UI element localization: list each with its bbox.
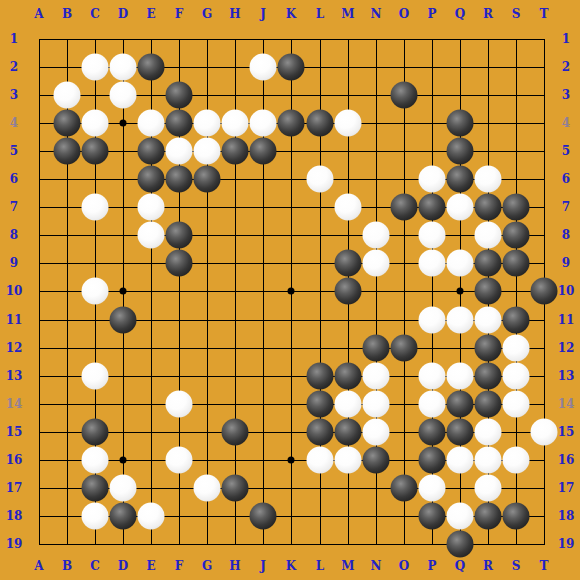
white-stone <box>250 54 277 81</box>
white-stone <box>503 391 530 418</box>
grid-line-horizontal <box>39 39 545 40</box>
black-stone <box>166 222 193 249</box>
black-stone <box>503 503 530 530</box>
black-stone <box>475 278 502 305</box>
coord-label-right-7: 7 <box>562 201 570 213</box>
black-stone <box>391 335 418 362</box>
white-stone <box>335 447 362 474</box>
coord-label-top-K: K <box>286 8 296 20</box>
coord-label-bottom-T: T <box>540 560 549 572</box>
black-stone <box>419 503 446 530</box>
white-stone <box>475 475 502 502</box>
coord-label-left-9: 9 <box>10 257 18 269</box>
white-stone <box>447 250 474 277</box>
black-stone <box>222 475 249 502</box>
coord-label-right-12: 12 <box>558 342 575 354</box>
white-stone <box>166 138 193 165</box>
white-stone <box>110 82 137 109</box>
white-stone <box>363 419 390 446</box>
white-stone <box>419 475 446 502</box>
coord-label-bottom-B: B <box>62 560 72 572</box>
white-stone <box>138 194 165 221</box>
coord-label-left-16: 16 <box>6 454 23 466</box>
grid-line-vertical <box>39 39 40 545</box>
white-stone <box>447 503 474 530</box>
coord-label-top-G: G <box>202 8 212 20</box>
coord-label-bottom-F: F <box>175 560 184 572</box>
white-stone <box>82 503 109 530</box>
black-stone <box>475 250 502 277</box>
black-stone <box>278 110 305 137</box>
go-board-app: AABBCCDDEEFFGGHHJJKKLLMMNNOOPPQQRRSSTT11… <box>0 0 580 580</box>
coord-label-right-1: 1 <box>562 33 570 45</box>
black-stone <box>503 222 530 249</box>
star-point <box>120 120 127 127</box>
coord-label-bottom-J: J <box>260 560 266 572</box>
black-stone <box>307 391 334 418</box>
coord-label-left-12: 12 <box>6 342 23 354</box>
white-stone <box>194 475 221 502</box>
white-stone <box>82 54 109 81</box>
black-stone <box>419 419 446 446</box>
black-stone <box>82 475 109 502</box>
coord-label-top-E: E <box>146 8 155 20</box>
white-stone <box>250 110 277 137</box>
white-stone <box>194 138 221 165</box>
white-stone <box>194 110 221 137</box>
coord-label-left-4: 4 <box>10 117 18 129</box>
coord-label-top-F: F <box>175 8 184 20</box>
coord-label-bottom-M: M <box>341 560 354 572</box>
coord-label-right-18: 18 <box>558 510 575 522</box>
black-stone <box>447 531 474 558</box>
white-stone <box>138 503 165 530</box>
black-stone <box>222 419 249 446</box>
white-stone <box>419 166 446 193</box>
coord-label-top-A: A <box>34 8 43 20</box>
coord-label-left-7: 7 <box>10 201 18 213</box>
black-stone <box>278 54 305 81</box>
coord-label-left-13: 13 <box>6 370 23 382</box>
white-stone <box>447 447 474 474</box>
black-stone <box>250 138 277 165</box>
coord-label-left-10: 10 <box>6 285 23 297</box>
white-stone <box>419 363 446 390</box>
black-stone <box>166 250 193 277</box>
white-stone <box>82 447 109 474</box>
coord-label-right-3: 3 <box>562 89 570 101</box>
white-stone <box>307 447 334 474</box>
star-point <box>288 288 295 295</box>
coord-label-bottom-P: P <box>427 560 436 572</box>
black-stone <box>475 503 502 530</box>
coord-label-top-H: H <box>229 8 240 20</box>
black-stone <box>363 335 390 362</box>
black-stone <box>138 166 165 193</box>
white-stone <box>138 222 165 249</box>
coord-label-left-2: 2 <box>10 61 18 73</box>
black-stone <box>335 419 362 446</box>
white-stone <box>475 222 502 249</box>
white-stone <box>82 278 109 305</box>
white-stone <box>363 363 390 390</box>
coord-label-left-1: 1 <box>10 33 18 45</box>
black-stone <box>391 475 418 502</box>
black-stone <box>307 363 334 390</box>
black-stone <box>447 110 474 137</box>
star-point <box>457 288 464 295</box>
black-stone <box>419 194 446 221</box>
white-stone <box>475 307 502 334</box>
coord-label-bottom-G: G <box>202 560 212 572</box>
black-stone <box>110 503 137 530</box>
black-stone <box>503 194 530 221</box>
coord-label-left-11: 11 <box>6 314 23 326</box>
white-stone <box>419 307 446 334</box>
star-point <box>120 457 127 464</box>
coord-label-right-16: 16 <box>558 454 575 466</box>
black-stone <box>447 138 474 165</box>
white-stone <box>475 166 502 193</box>
black-stone <box>531 278 558 305</box>
coord-label-bottom-N: N <box>371 560 382 572</box>
black-stone <box>447 391 474 418</box>
coord-label-right-10: 10 <box>558 285 575 297</box>
black-stone <box>110 307 137 334</box>
white-stone <box>419 222 446 249</box>
coord-label-left-3: 3 <box>10 89 18 101</box>
coord-label-bottom-H: H <box>229 560 240 572</box>
coord-label-top-P: P <box>427 8 436 20</box>
star-point <box>120 288 127 295</box>
coord-label-bottom-D: D <box>118 560 128 572</box>
white-stone <box>363 222 390 249</box>
coord-label-top-C: C <box>90 8 100 20</box>
coord-label-left-17: 17 <box>6 482 23 494</box>
white-stone <box>475 419 502 446</box>
coord-label-left-14: 14 <box>6 398 23 410</box>
black-stone <box>166 110 193 137</box>
white-stone <box>335 110 362 137</box>
black-stone <box>335 250 362 277</box>
black-stone <box>391 82 418 109</box>
coord-label-bottom-S: S <box>512 560 521 572</box>
coord-label-left-5: 5 <box>10 145 18 157</box>
black-stone <box>82 138 109 165</box>
coord-label-bottom-E: E <box>146 560 155 572</box>
black-stone <box>166 166 193 193</box>
white-stone <box>82 194 109 221</box>
black-stone <box>419 447 446 474</box>
coord-label-bottom-Q: Q <box>455 560 465 572</box>
white-stone <box>475 447 502 474</box>
black-stone <box>391 194 418 221</box>
coord-label-top-N: N <box>371 8 382 20</box>
coord-label-top-S: S <box>512 8 521 20</box>
white-stone <box>503 363 530 390</box>
black-stone <box>138 54 165 81</box>
grid-line-horizontal <box>39 235 545 236</box>
black-stone <box>475 194 502 221</box>
white-stone <box>138 110 165 137</box>
coord-label-top-T: T <box>540 8 549 20</box>
coord-label-right-14: 14 <box>558 398 575 410</box>
white-stone <box>447 194 474 221</box>
grid-line-vertical <box>404 39 405 545</box>
white-stone <box>222 110 249 137</box>
white-stone <box>82 363 109 390</box>
white-stone <box>335 194 362 221</box>
black-stone <box>82 419 109 446</box>
coord-label-left-19: 19 <box>6 538 23 550</box>
coord-label-top-J: J <box>260 8 266 20</box>
black-stone <box>363 447 390 474</box>
white-stone <box>335 391 362 418</box>
coord-label-top-M: M <box>341 8 354 20</box>
black-stone <box>475 335 502 362</box>
coord-label-right-13: 13 <box>558 370 575 382</box>
black-stone <box>335 363 362 390</box>
coord-label-right-2: 2 <box>562 61 570 73</box>
white-stone <box>419 391 446 418</box>
coord-label-top-Q: Q <box>455 8 465 20</box>
coord-label-right-8: 8 <box>562 229 570 241</box>
coord-label-bottom-K: K <box>286 560 296 572</box>
black-stone <box>475 363 502 390</box>
white-stone <box>531 419 558 446</box>
coord-label-top-L: L <box>316 8 324 20</box>
coord-label-left-6: 6 <box>10 173 18 185</box>
coord-label-bottom-O: O <box>399 560 409 572</box>
coord-label-left-8: 8 <box>10 229 18 241</box>
black-stone <box>447 419 474 446</box>
black-stone <box>475 391 502 418</box>
coord-label-right-9: 9 <box>562 257 570 269</box>
coord-label-right-19: 19 <box>558 538 575 550</box>
black-stone <box>503 307 530 334</box>
coord-label-bottom-A: A <box>34 560 43 572</box>
black-stone <box>447 166 474 193</box>
black-stone <box>250 503 277 530</box>
white-stone <box>54 82 81 109</box>
white-stone <box>307 166 334 193</box>
black-stone <box>503 250 530 277</box>
black-stone <box>222 138 249 165</box>
coord-label-bottom-C: C <box>90 560 100 572</box>
black-stone <box>194 166 221 193</box>
coord-label-left-18: 18 <box>6 510 23 522</box>
grid-line-horizontal <box>39 348 545 349</box>
white-stone <box>82 110 109 137</box>
white-stone <box>419 250 446 277</box>
coord-label-top-B: B <box>62 8 72 20</box>
white-stone <box>363 391 390 418</box>
black-stone <box>335 278 362 305</box>
black-stone <box>54 110 81 137</box>
coord-label-bottom-L: L <box>316 560 324 572</box>
white-stone <box>363 250 390 277</box>
coord-label-top-D: D <box>118 8 128 20</box>
black-stone <box>138 138 165 165</box>
coord-label-right-17: 17 <box>558 482 575 494</box>
black-stone <box>54 138 81 165</box>
white-stone <box>110 54 137 81</box>
coord-label-left-15: 15 <box>6 426 23 438</box>
coord-label-right-5: 5 <box>562 145 570 157</box>
white-stone <box>503 335 530 362</box>
coord-label-top-O: O <box>399 8 409 20</box>
white-stone <box>110 475 137 502</box>
black-stone <box>307 419 334 446</box>
white-stone <box>447 363 474 390</box>
black-stone <box>307 110 334 137</box>
coord-label-right-15: 15 <box>558 426 575 438</box>
coord-label-right-11: 11 <box>558 314 575 326</box>
white-stone <box>166 447 193 474</box>
coord-label-right-6: 6 <box>562 173 570 185</box>
white-stone <box>447 307 474 334</box>
white-stone <box>503 447 530 474</box>
coord-label-right-4: 4 <box>562 117 570 129</box>
coord-label-bottom-R: R <box>483 560 493 572</box>
black-stone <box>166 82 193 109</box>
white-stone <box>166 391 193 418</box>
star-point <box>288 457 295 464</box>
coord-label-top-R: R <box>483 8 493 20</box>
